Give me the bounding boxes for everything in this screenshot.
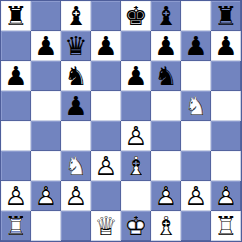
piece-glyph: ♟ (31, 31, 61, 61)
piece-black-pawn[interactable]: ♟ (121, 61, 151, 91)
square-b8[interactable] (31, 1, 61, 31)
square-e4[interactable]: ♟♙ (121, 121, 151, 151)
piece-glyph-outline: ♘ (61, 151, 91, 181)
square-e5[interactable] (121, 91, 151, 121)
piece-glyph-outline: ♖ (211, 211, 241, 241)
square-c2[interactable]: ♟♙ (61, 181, 91, 211)
square-d7[interactable]: ♟ (91, 31, 121, 61)
piece-glyph-outline: ♙ (121, 121, 151, 151)
square-d1[interactable]: ♛♕ (91, 211, 121, 241)
square-f7[interactable]: ♟ (151, 31, 181, 61)
piece-white-pawn[interactable]: ♟♙ (31, 181, 61, 211)
piece-glyph-outline: ♗ (121, 151, 151, 181)
piece-black-pawn[interactable]: ♟ (31, 31, 61, 61)
piece-glyph-outline: ♕ (91, 211, 121, 241)
piece-black-pawn[interactable]: ♟ (61, 91, 91, 121)
piece-black-pawn[interactable]: ♟ (211, 31, 241, 61)
piece-white-pawn[interactable]: ♟♙ (91, 151, 121, 181)
square-h1[interactable]: ♜♖ (211, 211, 241, 241)
square-e8[interactable]: ♚ (121, 1, 151, 31)
piece-glyph: ♛ (61, 31, 91, 61)
square-a1[interactable]: ♜♖ (1, 211, 31, 241)
chess-board: ♜♝♚♝♜♟♛♟♟♟♟♟♞♟♞♟♞♘♟♙♞♘♟♙♝♗♟♙♟♙♟♙♟♙♟♙♟♙♜♖… (0, 0, 242, 242)
square-g4[interactable] (181, 121, 211, 151)
square-c4[interactable] (61, 121, 91, 151)
square-a3[interactable] (1, 151, 31, 181)
square-f2[interactable]: ♟♙ (151, 181, 181, 211)
piece-white-king[interactable]: ♚♔ (121, 211, 151, 241)
square-c3[interactable]: ♞♘ (61, 151, 91, 181)
piece-glyph: ♟ (151, 31, 181, 61)
square-c6[interactable]: ♞ (61, 61, 91, 91)
square-f5[interactable] (151, 91, 181, 121)
piece-glyph: ♟ (1, 61, 31, 91)
square-f1[interactable]: ♝♗ (151, 211, 181, 241)
piece-glyph-outline: ♙ (1, 181, 31, 211)
square-b7[interactable]: ♟ (31, 31, 61, 61)
piece-white-rook[interactable]: ♜♖ (1, 211, 31, 241)
piece-white-pawn[interactable]: ♟♙ (211, 181, 241, 211)
square-b6[interactable] (31, 61, 61, 91)
piece-black-bishop[interactable]: ♝ (151, 1, 181, 31)
piece-glyph-outline: ♙ (91, 151, 121, 181)
square-f6[interactable]: ♞ (151, 61, 181, 91)
piece-glyph: ♞ (61, 61, 91, 91)
piece-glyph: ♜ (1, 1, 31, 31)
square-a4[interactable] (1, 121, 31, 151)
piece-glyph: ♞ (151, 61, 181, 91)
piece-white-rook[interactable]: ♜♖ (211, 211, 241, 241)
piece-glyph-outline: ♙ (151, 181, 181, 211)
square-h4[interactable] (211, 121, 241, 151)
piece-black-knight[interactable]: ♞ (151, 61, 181, 91)
piece-white-pawn[interactable]: ♟♙ (181, 181, 211, 211)
piece-glyph: ♟ (181, 31, 211, 61)
piece-glyph-outline: ♗ (151, 211, 181, 241)
square-h5[interactable] (211, 91, 241, 121)
square-h8[interactable]: ♜ (211, 1, 241, 31)
square-a6[interactable]: ♟ (1, 61, 31, 91)
piece-black-rook[interactable]: ♜ (1, 1, 31, 31)
piece-glyph: ♝ (151, 1, 181, 31)
square-c5[interactable]: ♟ (61, 91, 91, 121)
piece-glyph: ♝ (61, 1, 91, 31)
square-b2[interactable]: ♟♙ (31, 181, 61, 211)
piece-white-bishop[interactable]: ♝♗ (151, 211, 181, 241)
piece-white-knight[interactable]: ♞♘ (61, 151, 91, 181)
square-h2[interactable]: ♟♙ (211, 181, 241, 211)
piece-glyph-outline: ♘ (181, 91, 211, 121)
piece-white-bishop[interactable]: ♝♗ (121, 151, 151, 181)
square-b5[interactable] (31, 91, 61, 121)
square-g6[interactable] (181, 61, 211, 91)
piece-glyph: ♚ (121, 1, 151, 31)
piece-white-pawn[interactable]: ♟♙ (151, 181, 181, 211)
square-g3[interactable] (181, 151, 211, 181)
square-a8[interactable]: ♜ (1, 1, 31, 31)
piece-glyph: ♟ (211, 31, 241, 61)
piece-glyph-outline: ♔ (121, 211, 151, 241)
square-d2[interactable] (91, 181, 121, 211)
square-g8[interactable] (181, 1, 211, 31)
square-c7[interactable]: ♛ (61, 31, 91, 61)
square-f4[interactable] (151, 121, 181, 151)
square-h6[interactable] (211, 61, 241, 91)
square-g7[interactable]: ♟ (181, 31, 211, 61)
square-d8[interactable] (91, 1, 121, 31)
square-a5[interactable] (1, 91, 31, 121)
piece-black-rook[interactable]: ♜ (211, 1, 241, 31)
piece-black-king[interactable]: ♚ (121, 1, 151, 31)
square-e6[interactable]: ♟ (121, 61, 151, 91)
piece-glyph: ♟ (121, 61, 151, 91)
piece-black-pawn[interactable]: ♟ (91, 31, 121, 61)
square-a2[interactable]: ♟♙ (1, 181, 31, 211)
piece-glyph: ♜ (211, 1, 241, 31)
piece-glyph-outline: ♙ (181, 181, 211, 211)
square-e2[interactable] (121, 181, 151, 211)
square-c1[interactable] (61, 211, 91, 241)
square-b1[interactable] (31, 211, 61, 241)
square-d3[interactable]: ♟♙ (91, 151, 121, 181)
square-h3[interactable] (211, 151, 241, 181)
piece-white-knight[interactable]: ♞♘ (181, 91, 211, 121)
square-f8[interactable]: ♝ (151, 1, 181, 31)
piece-black-pawn[interactable]: ♟ (181, 31, 211, 61)
piece-black-queen[interactable]: ♛ (61, 31, 91, 61)
piece-white-pawn[interactable]: ♟♙ (121, 121, 151, 151)
square-c8[interactable]: ♝ (61, 1, 91, 31)
square-e7[interactable] (121, 31, 151, 61)
piece-glyph-outline: ♙ (211, 181, 241, 211)
square-g5[interactable]: ♞♘ (181, 91, 211, 121)
square-g2[interactable]: ♟♙ (181, 181, 211, 211)
piece-glyph-outline: ♙ (31, 181, 61, 211)
piece-black-knight[interactable]: ♞ (61, 61, 91, 91)
piece-black-pawn[interactable]: ♟ (1, 61, 31, 91)
square-h7[interactable]: ♟ (211, 31, 241, 61)
piece-white-pawn[interactable]: ♟♙ (61, 181, 91, 211)
square-a7[interactable] (1, 31, 31, 61)
piece-glyph-outline: ♖ (1, 211, 31, 241)
square-e1[interactable]: ♚♔ (121, 211, 151, 241)
piece-glyph-outline: ♙ (61, 181, 91, 211)
piece-white-pawn[interactable]: ♟♙ (1, 181, 31, 211)
square-b3[interactable] (31, 151, 61, 181)
square-g1[interactable] (181, 211, 211, 241)
square-f3[interactable] (151, 151, 181, 181)
square-b4[interactable] (31, 121, 61, 151)
square-d4[interactable] (91, 121, 121, 151)
piece-glyph: ♟ (61, 91, 91, 121)
square-d5[interactable] (91, 91, 121, 121)
piece-black-bishop[interactable]: ♝ (61, 1, 91, 31)
piece-glyph: ♟ (91, 31, 121, 61)
square-d6[interactable] (91, 61, 121, 91)
piece-white-queen[interactable]: ♛♕ (91, 211, 121, 241)
piece-black-pawn[interactable]: ♟ (151, 31, 181, 61)
square-e3[interactable]: ♝♗ (121, 151, 151, 181)
